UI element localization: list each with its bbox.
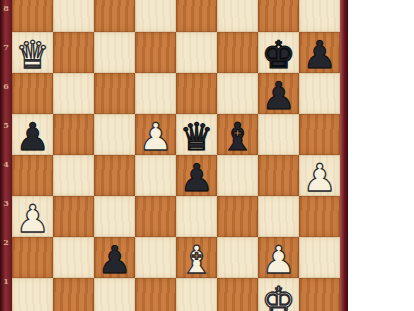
square-h4[interactable]: ♟: [299, 155, 340, 196]
square-f8[interactable]: [217, 0, 258, 32]
square-h7[interactable]: ♟: [299, 32, 340, 73]
rank-label-4: 4: [0, 159, 12, 169]
square-d4[interactable]: [135, 155, 176, 196]
square-f4[interactable]: [217, 155, 258, 196]
square-e7[interactable]: [176, 32, 217, 73]
square-a1[interactable]: [12, 278, 53, 311]
white-queen[interactable]: ♛: [15, 36, 49, 74]
square-g3[interactable]: [258, 196, 299, 237]
square-d3[interactable]: [135, 196, 176, 237]
square-b2[interactable]: [53, 237, 94, 278]
square-c3[interactable]: [94, 196, 135, 237]
square-g8[interactable]: [258, 0, 299, 32]
white-pawn[interactable]: ♟: [138, 118, 172, 156]
square-c6[interactable]: [94, 73, 135, 114]
square-h6[interactable]: [299, 73, 340, 114]
black-pawn[interactable]: ♟: [97, 241, 131, 279]
rank-label-1: 1: [0, 276, 12, 286]
square-g6[interactable]: ♟: [258, 73, 299, 114]
square-e6[interactable]: [176, 73, 217, 114]
black-pawn[interactable]: ♟: [15, 118, 49, 156]
square-f6[interactable]: [217, 73, 258, 114]
square-g1[interactable]: ♚: [258, 278, 299, 311]
chess-board: ♛♚♟♟♟♟♛♝♟♟♟♟♝♟♚: [12, 0, 340, 311]
board-frame-right: [340, 0, 348, 311]
square-c4[interactable]: [94, 155, 135, 196]
square-d8[interactable]: [135, 0, 176, 32]
square-a5[interactable]: ♟: [12, 114, 53, 155]
white-pawn[interactable]: ♟: [302, 159, 336, 197]
square-h1[interactable]: [299, 278, 340, 311]
square-c5[interactable]: [94, 114, 135, 155]
square-f5[interactable]: ♝: [217, 114, 258, 155]
square-d7[interactable]: [135, 32, 176, 73]
black-pawn[interactable]: ♟: [302, 36, 336, 74]
square-c1[interactable]: [94, 278, 135, 311]
square-b8[interactable]: [53, 0, 94, 32]
square-b6[interactable]: [53, 73, 94, 114]
white-pawn[interactable]: ♟: [261, 241, 295, 279]
square-e4[interactable]: ♟: [176, 155, 217, 196]
square-h5[interactable]: [299, 114, 340, 155]
square-d6[interactable]: [135, 73, 176, 114]
square-a6[interactable]: [12, 73, 53, 114]
square-f2[interactable]: [217, 237, 258, 278]
rank-label-2: 2: [0, 237, 12, 247]
rank-label-5: 5: [0, 120, 12, 130]
square-e8[interactable]: [176, 0, 217, 32]
square-h2[interactable]: [299, 237, 340, 278]
square-e2[interactable]: ♝: [176, 237, 217, 278]
square-e1[interactable]: [176, 278, 217, 311]
square-c8[interactable]: [94, 0, 135, 32]
square-g4[interactable]: [258, 155, 299, 196]
rank-label-6: 6: [0, 81, 12, 91]
square-e3[interactable]: [176, 196, 217, 237]
square-a3[interactable]: ♟: [12, 196, 53, 237]
square-c7[interactable]: [94, 32, 135, 73]
rank-label-8: 8: [0, 3, 12, 13]
square-h8[interactable]: [299, 0, 340, 32]
square-b1[interactable]: [53, 278, 94, 311]
white-pawn[interactable]: ♟: [15, 200, 49, 238]
square-d2[interactable]: [135, 237, 176, 278]
square-g2[interactable]: ♟: [258, 237, 299, 278]
square-a7[interactable]: ♛: [12, 32, 53, 73]
rank-label-3: 3: [0, 198, 12, 208]
square-d5[interactable]: ♟: [135, 114, 176, 155]
square-f7[interactable]: [217, 32, 258, 73]
square-h3[interactable]: [299, 196, 340, 237]
square-e5[interactable]: ♛: [176, 114, 217, 155]
white-king[interactable]: ♚: [261, 282, 295, 311]
square-a4[interactable]: [12, 155, 53, 196]
square-g7[interactable]: ♚: [258, 32, 299, 73]
square-d1[interactable]: [135, 278, 176, 311]
black-queen[interactable]: ♛: [179, 118, 213, 156]
rank-label-7: 7: [0, 42, 12, 52]
square-c2[interactable]: ♟: [94, 237, 135, 278]
white-bishop[interactable]: ♝: [179, 241, 213, 279]
square-b4[interactable]: [53, 155, 94, 196]
black-bishop[interactable]: ♝: [220, 118, 254, 156]
square-b7[interactable]: [53, 32, 94, 73]
square-b5[interactable]: [53, 114, 94, 155]
square-a2[interactable]: [12, 237, 53, 278]
square-g5[interactable]: [258, 114, 299, 155]
square-b3[interactable]: [53, 196, 94, 237]
chess-diagram: ♛♚♟♟♟♟♛♝♟♟♟♟♝♟♚ 87654321: [0, 0, 414, 311]
square-a8[interactable]: [12, 0, 53, 32]
square-f3[interactable]: [217, 196, 258, 237]
board-frame-left: 87654321: [0, 0, 12, 311]
square-f1[interactable]: [217, 278, 258, 311]
black-pawn[interactable]: ♟: [261, 77, 295, 115]
black-king[interactable]: ♚: [261, 36, 295, 74]
black-pawn[interactable]: ♟: [179, 159, 213, 197]
